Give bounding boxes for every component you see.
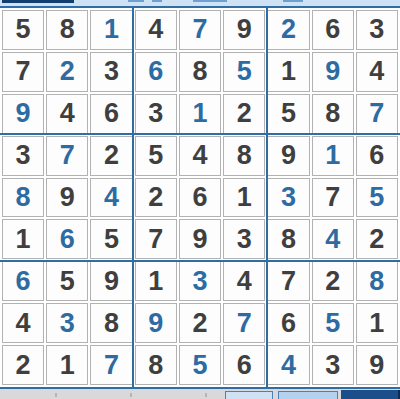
top-chrome-fragment <box>128 0 144 2</box>
cell-r7c6[interactable]: 4 <box>223 261 265 301</box>
cell-r3c1[interactable]: 9 <box>2 94 44 134</box>
cell-r5c6[interactable]: 1 <box>223 178 265 218</box>
cell-r8c3[interactable]: 8 <box>90 303 132 343</box>
cell-r3c5[interactable]: 1 <box>179 94 221 134</box>
sudoku-board: 5814792637236851949463125873725489168942… <box>0 8 400 387</box>
cell-r1c9[interactable]: 3 <box>356 10 398 50</box>
cell-r2c3[interactable]: 3 <box>90 52 132 92</box>
cell-r2c9[interactable]: 4 <box>356 52 398 92</box>
cell-r7c9[interactable]: 8 <box>356 261 398 301</box>
cell-r4c7[interactable]: 9 <box>267 136 309 176</box>
cell-r4c1[interactable]: 3 <box>2 136 44 176</box>
cell-r5c9[interactable]: 5 <box>356 178 398 218</box>
cell-r5c3[interactable]: 4 <box>90 178 132 218</box>
cell-r6c1[interactable]: 1 <box>2 219 44 259</box>
cell-r5c1[interactable]: 8 <box>2 178 44 218</box>
cell-r8c5[interactable]: 2 <box>179 303 221 343</box>
cell-r6c2[interactable]: 6 <box>46 219 88 259</box>
cell-r6c5[interactable]: 9 <box>179 219 221 259</box>
cell-r1c2[interactable]: 8 <box>46 10 88 50</box>
bottom-chrome-fragment <box>55 393 57 397</box>
cell-r4c6[interactable]: 8 <box>223 136 265 176</box>
cell-r1c1[interactable]: 5 <box>2 10 44 50</box>
cell-r6c8[interactable]: 4 <box>312 219 354 259</box>
cell-r2c8[interactable]: 9 <box>312 52 354 92</box>
top-chrome-fragment <box>283 0 303 2</box>
cell-r4c2[interactable]: 7 <box>46 136 88 176</box>
cell-r8c9[interactable]: 1 <box>356 303 398 343</box>
cell-r7c2[interactable]: 5 <box>46 261 88 301</box>
bottom-chrome-fragment <box>130 393 132 397</box>
cell-r6c9[interactable]: 2 <box>356 219 398 259</box>
cell-r8c4[interactable]: 9 <box>135 303 177 343</box>
cell-r1c7[interactable]: 2 <box>267 10 309 50</box>
bottom-chrome-strip <box>0 389 400 399</box>
cell-r2c4[interactable]: 6 <box>135 52 177 92</box>
cell-r5c7[interactable]: 3 <box>267 178 309 218</box>
cell-r8c8[interactable]: 5 <box>312 303 354 343</box>
cell-r9c1[interactable]: 2 <box>2 345 44 385</box>
cell-r5c2[interactable]: 9 <box>46 178 88 218</box>
cell-r3c2[interactable]: 4 <box>46 94 88 134</box>
cell-r4c9[interactable]: 6 <box>356 136 398 176</box>
cell-r5c4[interactable]: 2 <box>135 178 177 218</box>
cell-r6c7[interactable]: 8 <box>267 219 309 259</box>
cell-r3c3[interactable]: 6 <box>90 94 132 134</box>
cell-r9c7[interactable]: 4 <box>267 345 309 385</box>
cell-r5c8[interactable]: 7 <box>312 178 354 218</box>
sudoku-app-screen: 5814792637236851949463125873725489168942… <box>0 0 400 399</box>
cell-r4c5[interactable]: 4 <box>179 136 221 176</box>
cell-r6c4[interactable]: 7 <box>135 219 177 259</box>
cell-r3c4[interactable]: 3 <box>135 94 177 134</box>
cell-r2c2[interactable]: 2 <box>46 52 88 92</box>
cell-r8c1[interactable]: 4 <box>2 303 44 343</box>
cell-r1c4[interactable]: 4 <box>135 10 177 50</box>
cell-r7c7[interactable]: 7 <box>267 261 309 301</box>
cell-r8c7[interactable]: 6 <box>267 303 309 343</box>
cell-r2c1[interactable]: 7 <box>2 52 44 92</box>
cell-r9c3[interactable]: 7 <box>90 345 132 385</box>
cutoff-button-1[interactable] <box>225 391 273 399</box>
cell-r1c5[interactable]: 7 <box>179 10 221 50</box>
cell-r1c6[interactable]: 9 <box>223 10 265 50</box>
cell-r6c3[interactable]: 5 <box>90 219 132 259</box>
cell-r7c4[interactable]: 1 <box>135 261 177 301</box>
cutoff-navy-panel[interactable] <box>341 390 400 399</box>
cell-r9c5[interactable]: 5 <box>179 345 221 385</box>
cell-r2c5[interactable]: 8 <box>179 52 221 92</box>
cell-r9c6[interactable]: 6 <box>223 345 265 385</box>
cell-r7c8[interactable]: 2 <box>312 261 354 301</box>
cell-r7c1[interactable]: 6 <box>2 261 44 301</box>
top-navy-bar <box>2 0 74 3</box>
top-chrome-fragment <box>193 0 227 2</box>
cutoff-button-2[interactable] <box>278 391 338 399</box>
cell-r1c8[interactable]: 6 <box>312 10 354 50</box>
cell-r3c9[interactable]: 7 <box>356 94 398 134</box>
cell-r3c6[interactable]: 2 <box>223 94 265 134</box>
cell-r1c3[interactable]: 1 <box>90 10 132 50</box>
cell-r7c3[interactable]: 9 <box>90 261 132 301</box>
cell-r9c2[interactable]: 1 <box>46 345 88 385</box>
cell-r7c5[interactable]: 3 <box>179 261 221 301</box>
cell-r3c8[interactable]: 8 <box>312 94 354 134</box>
cell-r4c3[interactable]: 2 <box>90 136 132 176</box>
cell-r2c6[interactable]: 5 <box>223 52 265 92</box>
cell-r8c6[interactable]: 7 <box>223 303 265 343</box>
cell-r4c4[interactable]: 5 <box>135 136 177 176</box>
cell-r4c8[interactable]: 1 <box>312 136 354 176</box>
cell-r6c6[interactable]: 3 <box>223 219 265 259</box>
top-chrome-fragment <box>152 0 162 2</box>
cell-r9c8[interactable]: 3 <box>312 345 354 385</box>
cell-r8c2[interactable]: 3 <box>46 303 88 343</box>
bottom-chrome-fragment <box>205 393 207 397</box>
cell-r3c7[interactable]: 5 <box>267 94 309 134</box>
cell-r9c9[interactable]: 9 <box>356 345 398 385</box>
cell-r2c7[interactable]: 1 <box>267 52 309 92</box>
cell-r9c4[interactable]: 8 <box>135 345 177 385</box>
cell-r5c5[interactable]: 6 <box>179 178 221 218</box>
